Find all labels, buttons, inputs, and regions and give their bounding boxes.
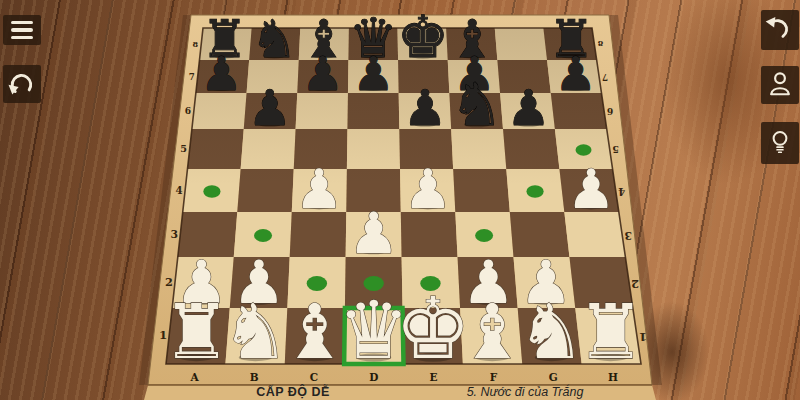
turn-indicator-label: 5. Nước đi của Trắng (430, 385, 620, 400)
rank-label-left-3: 3 (171, 228, 179, 241)
piece-white-pawn-c4[interactable]: ♟ (295, 158, 344, 221)
rank-label-right-3: 3 (624, 229, 632, 242)
hamburger-icon (11, 21, 33, 40)
rank-label-right-4: 4 (618, 186, 625, 198)
difficulty-level-label: CẤP ĐỘ DỄ (228, 385, 358, 400)
piece-black-pawn-c7[interactable]: ♟ (302, 47, 344, 101)
piece-black-knight-b8[interactable]: ♞ (251, 9, 298, 69)
piece-black-pawn-g6[interactable]: ♟ (507, 79, 551, 137)
rank-label-right-5: 5 (612, 144, 619, 155)
rank-label-left-2: 2 (165, 275, 173, 289)
piece-black-knight-f6[interactable]: ♞ (450, 70, 503, 139)
piece-black-pawn-d7[interactable]: ♟ (352, 47, 394, 101)
move-hint-dot-h5[interactable] (576, 144, 592, 156)
piece-black-pawn-b6[interactable]: ♟ (248, 79, 292, 137)
piece-black-pawn-e6[interactable]: ♟ (403, 79, 447, 137)
rank-label-left-6: 6 (185, 105, 191, 116)
move-hint-dot-g4[interactable] (526, 185, 543, 197)
rank-label-left-4: 4 (176, 184, 183, 196)
menu-button[interactable] (3, 15, 41, 45)
hint-button[interactable] (761, 122, 799, 164)
rank-label-right-8: 8 (597, 39, 603, 49)
rank-label-left-8: 8 (192, 39, 198, 49)
piece-white-rook-h1[interactable]: ♜ (577, 288, 645, 376)
move-hint-dot-f3[interactable] (475, 229, 493, 242)
chess-board: 8877665544332211ABCDEFGH ♜♞♝♛♚♝♜♟♟♟♟♟♟♟♞… (0, 0, 800, 400)
rank-label-left-7: 7 (189, 72, 195, 82)
rank-label-right-7: 7 (602, 72, 608, 82)
move-hint-dot-b3[interactable] (254, 229, 272, 242)
move-hint-dot-a4[interactable] (203, 185, 220, 197)
piece-white-knight-b1[interactable]: ♞ (221, 288, 289, 376)
player-mode-button[interactable] (761, 66, 799, 104)
undo-move-button[interactable] (761, 10, 799, 50)
lightbulb-icon (764, 127, 796, 159)
rotate-board-button[interactable] (3, 65, 41, 103)
piece-white-bishop-f1[interactable]: ♝ (458, 288, 526, 376)
piece-black-pawn-a7[interactable]: ♟ (201, 47, 243, 101)
piece-black-king-e8[interactable]: ♚ (397, 3, 449, 71)
undo-arrow-icon (764, 14, 796, 46)
piece-white-knight-g1[interactable]: ♞ (517, 288, 585, 376)
rank-label-right-6: 6 (607, 106, 613, 117)
rank-label-left-5: 5 (180, 143, 187, 154)
player-icon (764, 69, 796, 101)
piece-white-pawn-e4[interactable]: ♟ (404, 158, 453, 221)
rotate-arrow-icon (6, 68, 38, 100)
piece-white-pawn-h4[interactable]: ♟ (567, 158, 616, 221)
piece-black-pawn-h7[interactable]: ♟ (555, 47, 597, 101)
piece-white-rook-a1[interactable]: ♜ (162, 288, 230, 376)
piece-white-pawn-d3[interactable]: ♟ (348, 200, 399, 266)
game-screen: 8877665544332211ABCDEFGH ♜♞♝♛♚♝♜♟♟♟♟♟♟♟♞… (0, 0, 800, 400)
